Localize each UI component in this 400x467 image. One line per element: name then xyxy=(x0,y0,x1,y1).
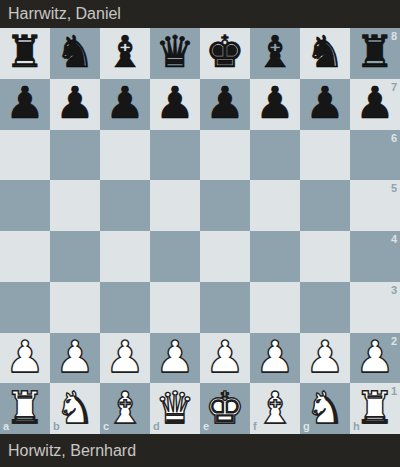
square-d8[interactable]: ♛ xyxy=(150,28,200,79)
square-e2[interactable]: ♟ xyxy=(200,333,250,384)
square-b3[interactable] xyxy=(50,282,100,333)
square-a2[interactable]: ♟ xyxy=(0,333,50,384)
square-d3[interactable] xyxy=(150,282,200,333)
square-e7[interactable]: ♟ xyxy=(200,79,250,130)
square-a5[interactable] xyxy=(0,180,50,231)
piece-white-pawn[interactable]: ♟ xyxy=(105,335,144,379)
piece-black-rook[interactable]: ♜ xyxy=(355,30,394,74)
piece-black-rook[interactable]: ♜ xyxy=(5,30,44,74)
square-d6[interactable] xyxy=(150,130,200,181)
square-h8[interactable]: ♜8 xyxy=(350,28,400,79)
square-c1[interactable]: ♝c xyxy=(100,383,150,434)
square-c5[interactable] xyxy=(100,180,150,231)
piece-black-pawn[interactable]: ♟ xyxy=(55,81,94,125)
square-b5[interactable] xyxy=(50,180,100,231)
piece-black-bishop[interactable]: ♝ xyxy=(255,30,294,74)
square-e6[interactable] xyxy=(200,130,250,181)
square-h3[interactable]: 3 xyxy=(350,282,400,333)
square-h1[interactable]: ♜1h xyxy=(350,383,400,434)
square-g5[interactable] xyxy=(300,180,350,231)
piece-white-queen[interactable]: ♛ xyxy=(155,386,194,430)
piece-white-knight[interactable]: ♞ xyxy=(55,386,94,430)
square-a8[interactable]: ♜ xyxy=(0,28,50,79)
piece-white-pawn[interactable]: ♟ xyxy=(5,335,44,379)
rank-label-6: 6 xyxy=(391,133,397,144)
chess-board[interactable]: ♜♞♝♛♚♝♞♜8♟♟♟♟♟♟♟♟76543♟♟♟♟♟♟♟♟2♜a♞b♝c♛d♚… xyxy=(0,28,400,434)
piece-white-bishop[interactable]: ♝ xyxy=(255,386,294,430)
piece-black-pawn[interactable]: ♟ xyxy=(205,81,244,125)
square-a6[interactable] xyxy=(0,130,50,181)
piece-black-pawn[interactable]: ♟ xyxy=(355,81,394,125)
square-f8[interactable]: ♝ xyxy=(250,28,300,79)
piece-white-pawn[interactable]: ♟ xyxy=(355,335,394,379)
piece-white-pawn[interactable]: ♟ xyxy=(55,335,94,379)
square-f1[interactable]: ♝f xyxy=(250,383,300,434)
piece-white-pawn[interactable]: ♟ xyxy=(255,335,294,379)
piece-white-pawn[interactable]: ♟ xyxy=(155,335,194,379)
rank-label-4: 4 xyxy=(391,234,397,245)
bottom-player-bar: Horwitz, Bernhard xyxy=(0,434,400,467)
rank-label-5: 5 xyxy=(391,183,397,194)
square-f3[interactable] xyxy=(250,282,300,333)
square-b7[interactable]: ♟ xyxy=(50,79,100,130)
square-g6[interactable] xyxy=(300,130,350,181)
square-g1[interactable]: ♞g xyxy=(300,383,350,434)
piece-black-knight[interactable]: ♞ xyxy=(55,30,94,74)
square-f4[interactable] xyxy=(250,231,300,282)
square-h2[interactable]: ♟2 xyxy=(350,333,400,384)
square-b4[interactable] xyxy=(50,231,100,282)
square-b8[interactable]: ♞ xyxy=(50,28,100,79)
square-c2[interactable]: ♟ xyxy=(100,333,150,384)
square-c7[interactable]: ♟ xyxy=(100,79,150,130)
top-player-bar: Harrwitz, Daniel xyxy=(0,0,400,28)
square-h6[interactable]: 6 xyxy=(350,130,400,181)
square-d7[interactable]: ♟ xyxy=(150,79,200,130)
square-c8[interactable]: ♝ xyxy=(100,28,150,79)
chess-app: Harrwitz, Daniel ♜♞♝♛♚♝♞♜8♟♟♟♟♟♟♟♟76543♟… xyxy=(0,0,400,467)
square-e5[interactable] xyxy=(200,180,250,231)
square-f2[interactable]: ♟ xyxy=(250,333,300,384)
square-d2[interactable]: ♟ xyxy=(150,333,200,384)
square-a7[interactable]: ♟ xyxy=(0,79,50,130)
top-player-name: Harrwitz, Daniel xyxy=(8,5,121,23)
square-e1[interactable]: ♚e xyxy=(200,383,250,434)
square-h4[interactable]: 4 xyxy=(350,231,400,282)
square-f7[interactable]: ♟ xyxy=(250,79,300,130)
bottom-player-name: Horwitz, Bernhard xyxy=(8,442,136,460)
square-f6[interactable] xyxy=(250,130,300,181)
square-h7[interactable]: ♟7 xyxy=(350,79,400,130)
piece-white-bishop[interactable]: ♝ xyxy=(105,386,144,430)
piece-black-pawn[interactable]: ♟ xyxy=(305,81,344,125)
square-a1[interactable]: ♜a xyxy=(0,383,50,434)
piece-black-king[interactable]: ♚ xyxy=(205,30,244,74)
piece-black-queen[interactable]: ♛ xyxy=(155,30,194,74)
square-g3[interactable] xyxy=(300,282,350,333)
square-c4[interactable] xyxy=(100,231,150,282)
piece-black-knight[interactable]: ♞ xyxy=(305,30,344,74)
piece-black-pawn[interactable]: ♟ xyxy=(105,81,144,125)
square-g8[interactable]: ♞ xyxy=(300,28,350,79)
piece-black-pawn[interactable]: ♟ xyxy=(255,81,294,125)
piece-white-pawn[interactable]: ♟ xyxy=(205,335,244,379)
piece-white-knight[interactable]: ♞ xyxy=(305,386,344,430)
square-h5[interactable]: 5 xyxy=(350,180,400,231)
rank-label-3: 3 xyxy=(391,285,397,296)
square-d5[interactable] xyxy=(150,180,200,231)
square-c6[interactable] xyxy=(100,130,150,181)
square-e8[interactable]: ♚ xyxy=(200,28,250,79)
piece-black-pawn[interactable]: ♟ xyxy=(5,81,44,125)
square-d4[interactable] xyxy=(150,231,200,282)
piece-black-bishop[interactable]: ♝ xyxy=(105,30,144,74)
square-e3[interactable] xyxy=(200,282,250,333)
piece-white-king[interactable]: ♚ xyxy=(205,386,244,430)
piece-white-rook[interactable]: ♜ xyxy=(5,386,44,430)
piece-black-pawn[interactable]: ♟ xyxy=(155,81,194,125)
square-b6[interactable] xyxy=(50,130,100,181)
square-a3[interactable] xyxy=(0,282,50,333)
square-g4[interactable] xyxy=(300,231,350,282)
square-b2[interactable]: ♟ xyxy=(50,333,100,384)
square-a4[interactable] xyxy=(0,231,50,282)
square-d1[interactable]: ♛d xyxy=(150,383,200,434)
square-b1[interactable]: ♞b xyxy=(50,383,100,434)
piece-white-rook[interactable]: ♜ xyxy=(355,386,394,430)
square-g2[interactable]: ♟ xyxy=(300,333,350,384)
square-c3[interactable] xyxy=(100,282,150,333)
square-e4[interactable] xyxy=(200,231,250,282)
square-g7[interactable]: ♟ xyxy=(300,79,350,130)
square-f5[interactable] xyxy=(250,180,300,231)
piece-white-pawn[interactable]: ♟ xyxy=(305,335,344,379)
